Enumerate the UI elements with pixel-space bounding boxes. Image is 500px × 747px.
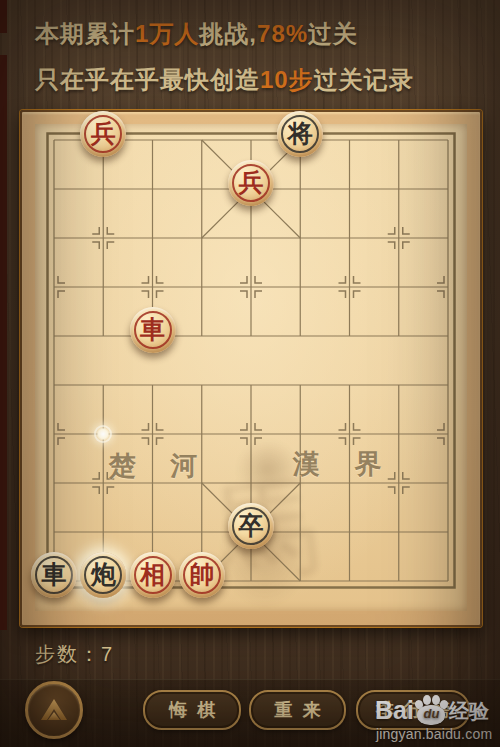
headline-text: 只在乎在乎最快创造 bbox=[35, 66, 260, 93]
red-piece-兵[interactable]: 兵 bbox=[80, 111, 126, 157]
red-piece-車[interactable]: 車 bbox=[130, 307, 176, 353]
headline-text: 过关 bbox=[308, 20, 358, 47]
undo-button[interactable]: 悔棋 bbox=[143, 690, 241, 730]
red-piece-兵[interactable]: 兵 bbox=[228, 160, 274, 206]
headline-record: 只在乎在乎最快创造10步过关记录 bbox=[35, 64, 414, 96]
baidu-url: jingyan.baidu.com bbox=[376, 726, 492, 742]
left-ribbon-top bbox=[0, 0, 7, 33]
xiangqi-board[interactable]: 楚 河 漢 界 馬 兵将兵車卒車炮相帥 bbox=[20, 110, 482, 627]
river-label-left: 楚 河 bbox=[109, 448, 212, 484]
headline-text: 过关记录 bbox=[314, 66, 414, 93]
black-piece-将[interactable]: 将 bbox=[277, 111, 323, 157]
headline-text: 本期累计 bbox=[35, 20, 135, 47]
black-piece-炮[interactable]: 炮 bbox=[80, 552, 126, 598]
black-piece-車[interactable]: 車 bbox=[31, 552, 77, 598]
headline-accent-text: 10步 bbox=[260, 66, 314, 93]
headline-accent-text: 78% bbox=[257, 20, 308, 47]
river-label-right: 漢 界 bbox=[293, 446, 396, 482]
left-ribbon-bottom bbox=[0, 55, 7, 630]
headline-accent-text: 1万人 bbox=[135, 20, 199, 47]
headline-text: 挑战, bbox=[199, 20, 257, 47]
headline-challenge-stats: 本期累计1万人挑战,78%过关 bbox=[35, 18, 358, 50]
red-piece-相[interactable]: 相 bbox=[130, 552, 176, 598]
black-piece-卒[interactable]: 卒 bbox=[228, 503, 274, 549]
step-counter: 步数：7 bbox=[35, 641, 114, 668]
baidu-paw-icon: du bbox=[415, 694, 448, 725]
restart-button[interactable]: 重来 bbox=[249, 690, 346, 730]
baidu-jingyan-logo: Bai du 经验 bbox=[375, 694, 489, 725]
home-button[interactable] bbox=[25, 681, 83, 739]
red-piece-帥[interactable]: 帥 bbox=[179, 552, 225, 598]
